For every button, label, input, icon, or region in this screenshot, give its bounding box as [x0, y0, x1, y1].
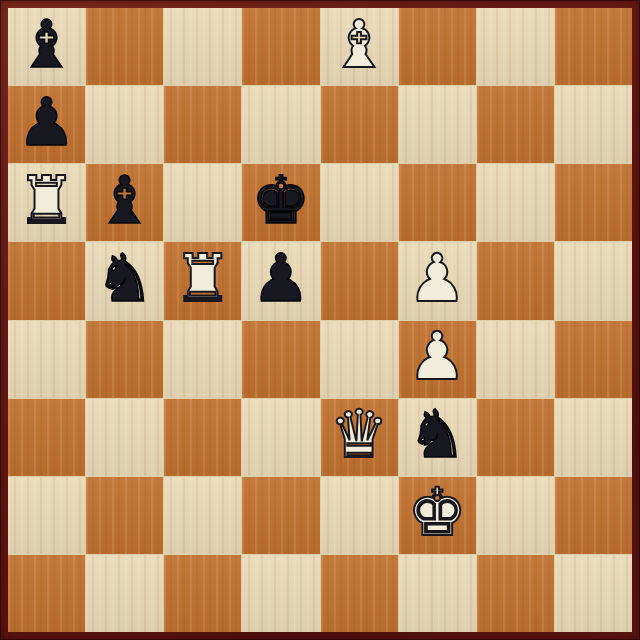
- black-king-d6[interactable]: ♚: [251, 168, 310, 234]
- square-b8[interactable]: [86, 8, 163, 85]
- square-b7[interactable]: [86, 86, 163, 163]
- black-pawn-a7[interactable]: ♟: [17, 90, 76, 156]
- square-d4[interactable]: [242, 321, 319, 398]
- white-rook-c5[interactable]: ♜: [173, 246, 232, 312]
- square-e1[interactable]: [321, 555, 398, 632]
- black-knight-b5[interactable]: ♞: [95, 246, 154, 312]
- square-c6[interactable]: [164, 164, 241, 241]
- square-c7[interactable]: [164, 86, 241, 163]
- square-b6[interactable]: ♝: [86, 164, 163, 241]
- square-g2[interactable]: [477, 477, 554, 554]
- square-c1[interactable]: [164, 555, 241, 632]
- square-a5[interactable]: [8, 242, 85, 319]
- square-g5[interactable]: [477, 242, 554, 319]
- square-g7[interactable]: [477, 86, 554, 163]
- square-c2[interactable]: [164, 477, 241, 554]
- square-c8[interactable]: [164, 8, 241, 85]
- square-d1[interactable]: [242, 555, 319, 632]
- square-h2[interactable]: [555, 477, 632, 554]
- square-e5[interactable]: [321, 242, 398, 319]
- square-h6[interactable]: [555, 164, 632, 241]
- chess-board: ♝♝♟♜♝♚♞♜♟♟♟♛♞♚: [8, 8, 632, 632]
- square-b2[interactable]: [86, 477, 163, 554]
- square-e3[interactable]: ♛: [321, 399, 398, 476]
- square-b1[interactable]: [86, 555, 163, 632]
- white-king-f2[interactable]: ♚: [408, 480, 467, 546]
- square-h8[interactable]: [555, 8, 632, 85]
- square-f8[interactable]: [399, 8, 476, 85]
- square-f5[interactable]: ♟: [399, 242, 476, 319]
- square-h1[interactable]: [555, 555, 632, 632]
- square-g4[interactable]: [477, 321, 554, 398]
- square-d7[interactable]: [242, 86, 319, 163]
- white-rook-a6[interactable]: ♜: [17, 168, 76, 234]
- square-e6[interactable]: [321, 164, 398, 241]
- square-h7[interactable]: [555, 86, 632, 163]
- square-d3[interactable]: [242, 399, 319, 476]
- square-a1[interactable]: [8, 555, 85, 632]
- square-b5[interactable]: ♞: [86, 242, 163, 319]
- square-f2[interactable]: ♚: [399, 477, 476, 554]
- square-a7[interactable]: ♟: [8, 86, 85, 163]
- square-a6[interactable]: ♜: [8, 164, 85, 241]
- board-frame: ♝♝♟♜♝♚♞♜♟♟♟♛♞♚: [0, 0, 640, 640]
- square-f6[interactable]: [399, 164, 476, 241]
- square-f7[interactable]: [399, 86, 476, 163]
- square-c4[interactable]: [164, 321, 241, 398]
- square-f4[interactable]: ♟: [399, 321, 476, 398]
- square-h3[interactable]: [555, 399, 632, 476]
- square-g1[interactable]: [477, 555, 554, 632]
- square-e2[interactable]: [321, 477, 398, 554]
- square-h5[interactable]: [555, 242, 632, 319]
- square-a2[interactable]: [8, 477, 85, 554]
- white-queen-e3[interactable]: ♛: [329, 402, 388, 468]
- square-a4[interactable]: [8, 321, 85, 398]
- white-pawn-f5[interactable]: ♟: [408, 246, 467, 312]
- square-e4[interactable]: [321, 321, 398, 398]
- black-pawn-d5[interactable]: ♟: [251, 246, 310, 312]
- square-f3[interactable]: ♞: [399, 399, 476, 476]
- black-knight-f3[interactable]: ♞: [408, 402, 467, 468]
- square-g3[interactable]: [477, 399, 554, 476]
- square-a3[interactable]: [8, 399, 85, 476]
- square-c5[interactable]: ♜: [164, 242, 241, 319]
- square-d8[interactable]: [242, 8, 319, 85]
- square-g8[interactable]: [477, 8, 554, 85]
- square-e8[interactable]: ♝: [321, 8, 398, 85]
- square-h4[interactable]: [555, 321, 632, 398]
- white-pawn-f4[interactable]: ♟: [408, 324, 467, 390]
- square-g6[interactable]: [477, 164, 554, 241]
- square-e7[interactable]: [321, 86, 398, 163]
- square-b4[interactable]: [86, 321, 163, 398]
- square-c3[interactable]: [164, 399, 241, 476]
- black-bishop-b6[interactable]: ♝: [95, 168, 154, 234]
- square-f1[interactable]: [399, 555, 476, 632]
- black-bishop-a8[interactable]: ♝: [17, 12, 76, 78]
- square-a8[interactable]: ♝: [8, 8, 85, 85]
- square-d5[interactable]: ♟: [242, 242, 319, 319]
- square-d6[interactable]: ♚: [242, 164, 319, 241]
- square-d2[interactable]: [242, 477, 319, 554]
- square-b3[interactable]: [86, 399, 163, 476]
- white-bishop-e8[interactable]: ♝: [329, 12, 388, 78]
